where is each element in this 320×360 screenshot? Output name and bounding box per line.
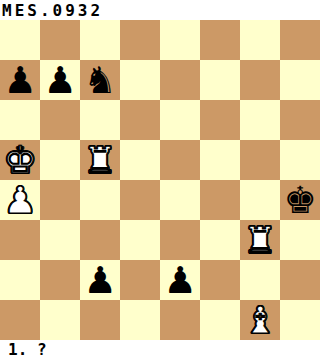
square-h8[interactable]	[280, 20, 320, 60]
square-g8[interactable]	[240, 20, 280, 60]
square-c3[interactable]	[80, 220, 120, 260]
chess-board: ♟♟♞♚♜♟♚♜♟♟♝	[0, 20, 320, 340]
square-b5[interactable]	[40, 140, 80, 180]
square-c8[interactable]	[80, 20, 120, 60]
square-f5[interactable]	[200, 140, 240, 180]
piece-white-pawn: ♟	[3, 182, 36, 219]
piece-black-knight: ♞	[83, 62, 116, 99]
square-d1[interactable]	[120, 300, 160, 340]
square-f7[interactable]	[200, 60, 240, 100]
square-g2[interactable]	[240, 260, 280, 300]
chess-diagram-page: MES.0932 ♟♟♞♚♜♟♚♜♟♟♝ 1. ?	[0, 0, 320, 360]
piece-white-bishop: ♝	[243, 302, 276, 339]
square-g3[interactable]: ♜	[240, 220, 280, 260]
square-e4[interactable]	[160, 180, 200, 220]
square-f3[interactable]	[200, 220, 240, 260]
square-d4[interactable]	[120, 180, 160, 220]
piece-black-king: ♚	[283, 182, 316, 219]
move-prompt: 1. ?	[0, 340, 320, 360]
square-c7[interactable]: ♞	[80, 60, 120, 100]
square-g1[interactable]: ♝	[240, 300, 280, 340]
square-g5[interactable]	[240, 140, 280, 180]
square-a4[interactable]: ♟	[0, 180, 40, 220]
square-b1[interactable]	[40, 300, 80, 340]
square-b6[interactable]	[40, 100, 80, 140]
square-g7[interactable]	[240, 60, 280, 100]
piece-black-pawn: ♟	[163, 262, 196, 299]
square-f2[interactable]	[200, 260, 240, 300]
square-e8[interactable]	[160, 20, 200, 60]
square-b4[interactable]	[40, 180, 80, 220]
square-g4[interactable]	[240, 180, 280, 220]
square-b7[interactable]: ♟	[40, 60, 80, 100]
square-h1[interactable]	[280, 300, 320, 340]
square-a7[interactable]: ♟	[0, 60, 40, 100]
square-h5[interactable]	[280, 140, 320, 180]
square-e1[interactable]	[160, 300, 200, 340]
square-a8[interactable]	[0, 20, 40, 60]
piece-black-pawn: ♟	[83, 262, 116, 299]
square-a5[interactable]: ♚	[0, 140, 40, 180]
square-e3[interactable]	[160, 220, 200, 260]
piece-white-rook: ♜	[243, 222, 276, 259]
piece-black-pawn: ♟	[3, 62, 36, 99]
square-c2[interactable]: ♟	[80, 260, 120, 300]
square-d3[interactable]	[120, 220, 160, 260]
square-a1[interactable]	[0, 300, 40, 340]
square-b8[interactable]	[40, 20, 80, 60]
square-f1[interactable]	[200, 300, 240, 340]
square-f4[interactable]	[200, 180, 240, 220]
square-a6[interactable]	[0, 100, 40, 140]
square-h4[interactable]: ♚	[280, 180, 320, 220]
square-f8[interactable]	[200, 20, 240, 60]
square-f6[interactable]	[200, 100, 240, 140]
piece-white-king: ♚	[3, 142, 36, 179]
square-d8[interactable]	[120, 20, 160, 60]
square-d6[interactable]	[120, 100, 160, 140]
square-a3[interactable]	[0, 220, 40, 260]
square-e6[interactable]	[160, 100, 200, 140]
square-b3[interactable]	[40, 220, 80, 260]
square-h3[interactable]	[280, 220, 320, 260]
square-c5[interactable]: ♜	[80, 140, 120, 180]
square-d7[interactable]	[120, 60, 160, 100]
square-h7[interactable]	[280, 60, 320, 100]
square-d5[interactable]	[120, 140, 160, 180]
square-e5[interactable]	[160, 140, 200, 180]
piece-black-pawn: ♟	[43, 62, 76, 99]
piece-white-rook: ♜	[83, 142, 116, 179]
square-c4[interactable]	[80, 180, 120, 220]
square-e7[interactable]	[160, 60, 200, 100]
square-g6[interactable]	[240, 100, 280, 140]
diagram-title: MES.0932	[0, 0, 320, 20]
square-h6[interactable]	[280, 100, 320, 140]
square-c6[interactable]	[80, 100, 120, 140]
square-a2[interactable]	[0, 260, 40, 300]
square-e2[interactable]: ♟	[160, 260, 200, 300]
square-c1[interactable]	[80, 300, 120, 340]
square-h2[interactable]	[280, 260, 320, 300]
square-b2[interactable]	[40, 260, 80, 300]
square-d2[interactable]	[120, 260, 160, 300]
